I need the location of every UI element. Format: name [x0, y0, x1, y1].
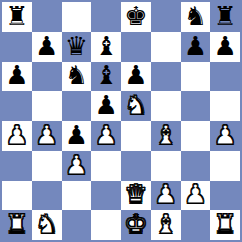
square-b4[interactable]: ♟ [32, 121, 62, 151]
square-g5[interactable] [181, 91, 211, 121]
square-g3[interactable] [181, 151, 211, 181]
square-b5[interactable] [32, 91, 62, 121]
square-g2[interactable]: ♟ [181, 181, 211, 211]
square-c3[interactable]: ♟ [62, 151, 92, 181]
piece-black-rook[interactable]: ♜ [5, 3, 28, 29]
square-e2[interactable]: ♛ [121, 181, 151, 211]
square-h1[interactable]: ♜ [210, 210, 240, 240]
square-d2[interactable] [91, 181, 121, 211]
piece-white-knight[interactable]: ♞ [124, 92, 147, 118]
square-c6[interactable]: ♞ [62, 62, 92, 92]
square-g7[interactable]: ♟ [181, 32, 211, 62]
square-e4[interactable] [121, 121, 151, 151]
piece-black-pawn[interactable]: ♟ [35, 33, 58, 59]
piece-black-pawn[interactable]: ♟ [5, 62, 28, 88]
square-c7[interactable]: ♛ [62, 32, 92, 62]
square-f8[interactable] [151, 2, 181, 32]
piece-black-pawn[interactable]: ♟ [94, 92, 117, 118]
square-g4[interactable] [181, 121, 211, 151]
square-a6[interactable]: ♟ [2, 62, 32, 92]
piece-white-pawn[interactable]: ♟ [94, 122, 117, 148]
square-a7[interactable] [2, 32, 32, 62]
square-d4[interactable]: ♟ [91, 121, 121, 151]
square-c5[interactable] [62, 91, 92, 121]
square-b3[interactable] [32, 151, 62, 181]
square-b1[interactable]: ♞ [32, 210, 62, 240]
piece-black-knight[interactable]: ♞ [184, 3, 207, 29]
square-h5[interactable] [210, 91, 240, 121]
piece-white-bishop[interactable]: ♝ [154, 122, 177, 148]
piece-white-pawn[interactable]: ♟ [184, 181, 207, 207]
piece-white-rook[interactable]: ♜ [5, 211, 28, 237]
piece-white-pawn[interactable]: ♟ [5, 122, 28, 148]
square-b2[interactable] [32, 181, 62, 211]
square-g6[interactable] [181, 62, 211, 92]
square-h2[interactable] [210, 181, 240, 211]
square-f5[interactable] [151, 91, 181, 121]
square-a2[interactable] [2, 181, 32, 211]
square-e3[interactable] [121, 151, 151, 181]
square-d5[interactable]: ♟ [91, 91, 121, 121]
piece-black-king[interactable]: ♚ [124, 3, 147, 29]
square-b8[interactable] [32, 2, 62, 32]
square-f7[interactable] [151, 32, 181, 62]
square-c4[interactable]: ♟ [62, 121, 92, 151]
square-c1[interactable] [62, 210, 92, 240]
square-g8[interactable]: ♞ [181, 2, 211, 32]
piece-white-rook[interactable]: ♜ [213, 211, 236, 237]
square-b7[interactable]: ♟ [32, 32, 62, 62]
square-h8[interactable]: ♜ [210, 2, 240, 32]
square-h6[interactable] [210, 62, 240, 92]
square-d3[interactable] [91, 151, 121, 181]
piece-white-knight[interactable]: ♞ [35, 211, 58, 237]
piece-white-king[interactable]: ♚ [124, 211, 147, 237]
square-f6[interactable] [151, 62, 181, 92]
piece-white-bishop[interactable]: ♝ [154, 211, 177, 237]
piece-black-pawn[interactable]: ♟ [213, 33, 236, 59]
square-d6[interactable]: ♝ [91, 62, 121, 92]
piece-white-pawn[interactable]: ♟ [213, 122, 236, 148]
square-b6[interactable] [32, 62, 62, 92]
square-e1[interactable]: ♚ [121, 210, 151, 240]
square-h4[interactable]: ♟ [210, 121, 240, 151]
square-a5[interactable] [2, 91, 32, 121]
piece-white-pawn[interactable]: ♟ [35, 122, 58, 148]
piece-white-pawn[interactable]: ♟ [65, 152, 88, 178]
square-c8[interactable] [62, 2, 92, 32]
square-d7[interactable]: ♝ [91, 32, 121, 62]
chess-board: ♜♚♞♜♟♛♝♟♟♟♞♝♟♟♞♟♟♟♟♝♟♟♛♟♟♜♞♚♝♜ [0, 0, 242, 242]
piece-white-queen[interactable]: ♛ [124, 181, 147, 207]
square-c2[interactable] [62, 181, 92, 211]
square-d1[interactable] [91, 210, 121, 240]
square-e5[interactable]: ♞ [121, 91, 151, 121]
piece-black-bishop[interactable]: ♝ [94, 62, 117, 88]
square-e7[interactable] [121, 32, 151, 62]
square-e6[interactable]: ♟ [121, 62, 151, 92]
square-a4[interactable]: ♟ [2, 121, 32, 151]
piece-black-rook[interactable]: ♜ [213, 3, 236, 29]
piece-black-pawn[interactable]: ♟ [124, 62, 147, 88]
square-h7[interactable]: ♟ [210, 32, 240, 62]
piece-black-queen[interactable]: ♛ [65, 33, 88, 59]
square-e8[interactable]: ♚ [121, 2, 151, 32]
square-f4[interactable]: ♝ [151, 121, 181, 151]
square-f1[interactable]: ♝ [151, 210, 181, 240]
piece-black-pawn[interactable]: ♟ [184, 33, 207, 59]
square-g1[interactable] [181, 210, 211, 240]
piece-black-knight[interactable]: ♞ [65, 62, 88, 88]
square-h3[interactable] [210, 151, 240, 181]
square-a1[interactable]: ♜ [2, 210, 32, 240]
piece-white-pawn[interactable]: ♟ [154, 181, 177, 207]
square-a8[interactable]: ♜ [2, 2, 32, 32]
piece-black-bishop[interactable]: ♝ [94, 33, 117, 59]
square-a3[interactable] [2, 151, 32, 181]
square-f3[interactable] [151, 151, 181, 181]
square-f2[interactable]: ♟ [151, 181, 181, 211]
piece-black-pawn[interactable]: ♟ [65, 122, 88, 148]
square-d8[interactable] [91, 2, 121, 32]
